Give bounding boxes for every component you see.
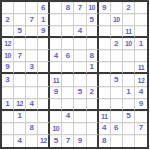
cell-r12c11[interactable] [123, 135, 135, 147]
cell-r3c7[interactable]: 4 [74, 26, 86, 38]
cell-r2c9[interactable] [99, 14, 111, 26]
cell-r11c11[interactable] [123, 123, 135, 135]
cell-r10c6[interactable]: 4 [62, 111, 74, 123]
cell-r6c2[interactable] [14, 62, 26, 74]
cell-r5c11[interactable] [123, 50, 135, 62]
cell-r12c10[interactable] [111, 135, 123, 147]
cell-r6c9[interactable] [99, 62, 111, 74]
cell-r2c8[interactable]: 5 [87, 14, 99, 26]
cell-r2c7[interactable] [74, 14, 86, 26]
cell-r4c8[interactable] [87, 38, 99, 50]
cell-r1c6[interactable]: 8 [62, 2, 74, 14]
cell-r10c7[interactable] [74, 111, 86, 123]
cell-r4c7[interactable] [74, 38, 86, 50]
cell-r8c4[interactable] [38, 87, 50, 99]
cell-r6c12[interactable]: 11 [135, 62, 147, 74]
cell-r10c12[interactable] [135, 111, 147, 123]
cell-r4c12[interactable]: 1 [135, 38, 147, 50]
cell-r11c6[interactable] [62, 123, 74, 135]
cell-r1c11[interactable]: 2 [123, 2, 135, 14]
sudoku-board: 6871092271510594111221011074689311131151… [0, 0, 149, 149]
cell-r7c12[interactable]: 12 [135, 74, 147, 86]
cell-r8c12[interactable]: 4 [135, 87, 147, 99]
cell-r1c2[interactable] [14, 2, 26, 14]
cell-r2c2[interactable] [14, 14, 26, 26]
cell-r11c7[interactable] [74, 123, 86, 135]
cell-r12c12[interactable] [135, 135, 147, 147]
cell-r3c9[interactable] [99, 26, 111, 38]
cell-r6c7[interactable] [74, 62, 86, 74]
cell-r3c10[interactable] [111, 26, 123, 38]
cell-r9c7[interactable] [74, 99, 86, 111]
cell-r1c4[interactable]: 6 [38, 2, 50, 14]
cell-r3c6[interactable] [62, 26, 74, 38]
cell-r11c5[interactable]: 10 [50, 123, 62, 135]
cell-r12c1[interactable] [2, 135, 14, 147]
cell-r12c4[interactable]: 12 [38, 135, 50, 147]
cell-r6c10[interactable] [111, 62, 123, 74]
cell-r12c6[interactable]: 7 [62, 135, 74, 147]
cell-r2c5[interactable] [50, 14, 62, 26]
cell-r5c10[interactable] [111, 50, 123, 62]
cell-r6c4[interactable] [38, 62, 50, 74]
cell-r7c2[interactable] [14, 74, 26, 86]
cell-r2c11[interactable] [123, 14, 135, 26]
cell-r12c2[interactable]: 4 [14, 135, 26, 147]
cell-r11c12[interactable]: 7 [135, 123, 147, 135]
cell-r2c3[interactable]: 7 [26, 14, 38, 26]
cell-r9c9[interactable] [99, 99, 111, 111]
cell-r8c9[interactable] [99, 87, 111, 99]
cell-r5c4[interactable] [38, 50, 50, 62]
cell-r12c3[interactable] [26, 135, 38, 147]
cell-r5c8[interactable]: 8 [87, 50, 99, 62]
cell-r4c5[interactable] [50, 38, 62, 50]
cell-r8c6[interactable] [62, 87, 74, 99]
cell-r2c4[interactable]: 1 [38, 14, 50, 26]
cell-r1c3[interactable] [26, 2, 38, 14]
cell-r7c1[interactable]: 3 [2, 74, 14, 86]
cell-r5c3[interactable] [26, 50, 38, 62]
cell-r11c10[interactable]: 6 [111, 123, 123, 135]
cell-r6c6[interactable] [62, 62, 74, 74]
cell-r1c7[interactable]: 7 [74, 2, 86, 14]
cell-r12c5[interactable]: 5 [50, 135, 62, 147]
cell-r5c1[interactable]: 10 [2, 50, 14, 62]
cell-r2c10[interactable]: 10 [111, 14, 123, 26]
cell-r5c2[interactable]: 7 [14, 50, 26, 62]
cell-r3c2[interactable]: 5 [14, 26, 26, 38]
cell-r9c1[interactable]: 1 [2, 99, 14, 111]
cell-r7c5[interactable]: 11 [50, 74, 62, 86]
cell-r4c6[interactable] [62, 38, 74, 50]
cell-r1c12[interactable] [135, 2, 147, 14]
cell-r3c12[interactable] [135, 26, 147, 38]
cell-r11c9[interactable]: 4 [99, 123, 111, 135]
cell-r7c4[interactable] [38, 74, 50, 86]
cell-r10c8[interactable] [87, 111, 99, 123]
cell-r5c12[interactable] [135, 50, 147, 62]
cell-r4c4[interactable] [38, 38, 50, 50]
cell-r9c11[interactable] [123, 99, 135, 111]
cell-r9c12[interactable]: 9 [135, 99, 147, 111]
cell-r3c5[interactable] [50, 26, 62, 38]
cell-r4c1[interactable]: 12 [2, 38, 14, 50]
cell-r11c2[interactable] [14, 123, 26, 135]
cell-r11c8[interactable] [87, 123, 99, 135]
cell-r7c3[interactable] [26, 74, 38, 86]
cell-r8c2[interactable] [14, 87, 26, 99]
cell-r5c9[interactable] [99, 50, 111, 62]
cell-r3c11[interactable]: 11 [123, 26, 135, 38]
cell-r10c1[interactable] [2, 111, 14, 123]
cell-r8c1[interactable] [2, 87, 14, 99]
cell-r6c11[interactable] [123, 62, 135, 74]
cell-r2c12[interactable] [135, 14, 147, 26]
cell-r9c6[interactable] [62, 99, 74, 111]
cell-r8c7[interactable]: 5 [74, 87, 86, 99]
cell-r6c8[interactable]: 1 [87, 62, 99, 74]
cell-r7c6[interactable] [62, 74, 74, 86]
cell-r8c8[interactable]: 2 [87, 87, 99, 99]
cell-r1c5[interactable] [50, 2, 62, 14]
cell-r8c3[interactable] [26, 87, 38, 99]
cell-r8c10[interactable] [111, 87, 123, 99]
cell-r12c7[interactable]: 9 [74, 135, 86, 147]
cell-r3c4[interactable]: 9 [38, 26, 50, 38]
cell-r9c4[interactable] [38, 99, 50, 111]
cell-r1c1[interactable] [2, 2, 14, 14]
cell-r3c8[interactable] [87, 26, 99, 38]
cell-r4c11[interactable]: 10 [123, 38, 135, 50]
cell-r7c7[interactable] [74, 74, 86, 86]
cell-r4c9[interactable] [99, 38, 111, 50]
cell-r6c1[interactable]: 9 [2, 62, 14, 74]
cell-r7c11[interactable] [123, 74, 135, 86]
cell-r6c3[interactable]: 3 [26, 62, 38, 74]
cell-r9c3[interactable]: 4 [26, 99, 38, 111]
cell-r5c6[interactable]: 6 [62, 50, 74, 62]
cell-r2c6[interactable] [62, 14, 74, 26]
cell-r3c3[interactable] [26, 26, 38, 38]
cell-r2c1[interactable]: 2 [2, 14, 14, 26]
cell-r8c5[interactable]: 9 [50, 87, 62, 99]
cell-r10c10[interactable] [111, 111, 123, 123]
cell-r1c10[interactable] [111, 2, 123, 14]
cell-r8c11[interactable]: 1 [123, 87, 135, 99]
cell-r9c10[interactable] [111, 99, 123, 111]
cell-r10c9[interactable]: 11 [99, 111, 111, 123]
sudoku-puzzle-screen: 6871092271510594111221011074689311131151… [0, 0, 150, 150]
cell-r1c9[interactable]: 9 [99, 2, 111, 14]
cell-r3c1[interactable] [2, 26, 14, 38]
cell-r4c10[interactable]: 2 [111, 38, 123, 50]
cell-r6c5[interactable] [50, 62, 62, 74]
cell-r10c5[interactable] [50, 111, 62, 123]
cell-r5c7[interactable] [74, 50, 86, 62]
cell-r4c3[interactable] [26, 38, 38, 50]
cell-r7c10[interactable]: 5 [111, 74, 123, 86]
cell-r7c9[interactable] [99, 74, 111, 86]
cell-r10c11[interactable]: 5 [123, 111, 135, 123]
cell-r9c8[interactable] [87, 99, 99, 111]
cell-r7c8[interactable] [87, 74, 99, 86]
cell-r11c3[interactable]: 8 [26, 123, 38, 135]
cell-r12c9[interactable]: 8 [99, 135, 111, 147]
cell-r1c8[interactable]: 10 [87, 2, 99, 14]
cell-r11c4[interactable] [38, 123, 50, 135]
cell-r10c2[interactable]: 1 [14, 111, 26, 123]
cell-r10c3[interactable] [26, 111, 38, 123]
cell-r4c2[interactable] [14, 38, 26, 50]
cell-r12c8[interactable] [87, 135, 99, 147]
cell-r5c5[interactable]: 4 [50, 50, 62, 62]
cell-r10c4[interactable] [38, 111, 50, 123]
cell-r9c2[interactable]: 12 [14, 99, 26, 111]
cell-r9c5[interactable] [50, 99, 62, 111]
cell-r11c1[interactable] [2, 123, 14, 135]
